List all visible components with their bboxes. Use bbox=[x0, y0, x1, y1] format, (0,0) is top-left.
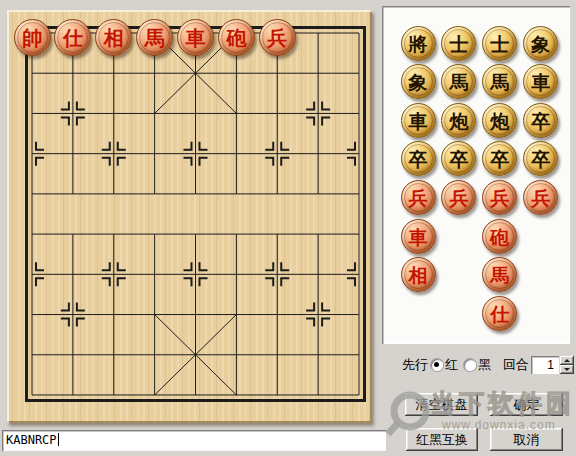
swap-red-black-button[interactable]: 红黑互换 bbox=[406, 428, 478, 451]
tray-piece-馬[interactable]: 馬 bbox=[441, 64, 476, 99]
tray-piece-砲[interactable]: 砲 bbox=[482, 219, 517, 254]
round-spinner bbox=[560, 356, 574, 374]
radio-red[interactable] bbox=[431, 359, 443, 371]
board-piece-相[interactable]: 相 bbox=[95, 19, 132, 56]
tray-piece-馬[interactable]: 馬 bbox=[482, 64, 517, 99]
tray-piece-車[interactable]: 車 bbox=[401, 219, 436, 254]
tray-piece-士[interactable]: 士 bbox=[482, 26, 517, 61]
tray-piece-兵[interactable]: 兵 bbox=[523, 180, 558, 215]
board-piece-帥[interactable]: 帥 bbox=[14, 19, 51, 56]
black-label[interactable]: 黑 bbox=[478, 356, 491, 374]
tray-piece-將[interactable]: 將 bbox=[401, 26, 436, 61]
tray-piece-卒[interactable]: 卒 bbox=[441, 141, 476, 176]
board-piece-車[interactable]: 車 bbox=[177, 19, 214, 56]
tray-piece-卒[interactable]: 卒 bbox=[523, 103, 558, 138]
tray-piece-馬[interactable]: 馬 bbox=[482, 257, 517, 292]
tray-piece-兵[interactable]: 兵 bbox=[401, 180, 436, 215]
clear-board-button[interactable]: 清空棋盘 bbox=[405, 393, 478, 416]
tray-piece-仕[interactable]: 仕 bbox=[482, 296, 517, 331]
confirm-button[interactable]: 确定 bbox=[490, 393, 563, 416]
radio-black[interactable] bbox=[464, 359, 476, 371]
tray-piece-卒[interactable]: 卒 bbox=[523, 141, 558, 176]
tray-piece-卒[interactable]: 卒 bbox=[482, 141, 517, 176]
round-label: 回合 bbox=[503, 356, 529, 374]
spinner-up-icon[interactable] bbox=[560, 356, 574, 365]
red-label[interactable]: 红 bbox=[445, 356, 458, 374]
round-input[interactable]: 1 bbox=[531, 356, 559, 374]
board-piece-仕[interactable]: 仕 bbox=[54, 19, 91, 56]
tray-piece-象[interactable]: 象 bbox=[401, 64, 436, 99]
first-move-label: 先行 bbox=[402, 356, 428, 374]
fen-input-value: KABNRCP bbox=[6, 433, 57, 447]
tray-piece-炮[interactable]: 炮 bbox=[441, 103, 476, 138]
tray-piece-象[interactable]: 象 bbox=[523, 26, 558, 61]
board-piece-砲[interactable]: 砲 bbox=[218, 19, 255, 56]
board-grid bbox=[7, 10, 372, 423]
tray-piece-車[interactable]: 車 bbox=[523, 64, 558, 99]
spinner-down-icon[interactable] bbox=[560, 365, 574, 374]
tray-piece-兵[interactable]: 兵 bbox=[441, 180, 476, 215]
board-piece-兵[interactable]: 兵 bbox=[259, 19, 296, 56]
text-caret bbox=[58, 433, 59, 446]
xiangqi-board[interactable]: 帥仕相馬車砲兵 bbox=[7, 10, 372, 423]
tray-piece-炮[interactable]: 炮 bbox=[482, 103, 517, 138]
radio-dot bbox=[434, 362, 439, 367]
side-and-round-controls: 先行 红 黑 回合 1 bbox=[402, 355, 574, 375]
fen-input[interactable]: KABNRCP bbox=[2, 430, 386, 451]
tray-piece-兵[interactable]: 兵 bbox=[482, 180, 517, 215]
tray-piece-相[interactable]: 相 bbox=[401, 257, 436, 292]
tray-piece-車[interactable]: 車 bbox=[401, 103, 436, 138]
tray-piece-卒[interactable]: 卒 bbox=[401, 141, 436, 176]
xiangqi-position-editor: 帥仕相馬車砲兵 將士士象象馬馬車車炮炮卒卒卒卒卒兵兵兵兵車砲相馬仕 先行 红 黑… bbox=[0, 0, 576, 456]
board-piece-馬[interactable]: 馬 bbox=[136, 19, 173, 56]
cancel-button[interactable]: 取消 bbox=[490, 428, 563, 451]
tray-piece-士[interactable]: 士 bbox=[441, 26, 476, 61]
piece-tray-panel[interactable]: 將士士象象馬馬車車炮炮卒卒卒卒卒兵兵兵兵車砲相馬仕 bbox=[382, 6, 570, 344]
